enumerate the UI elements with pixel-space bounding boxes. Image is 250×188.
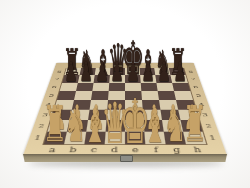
white-rook-h1[interactable]: ♜ <box>183 101 207 151</box>
black-pawn-f7[interactable]: ♟ <box>142 58 156 85</box>
black-pawn-h7[interactable]: ♟ <box>173 58 187 85</box>
black-pawn-b7[interactable]: ♟ <box>79 58 93 85</box>
black-pawn-c7[interactable]: ♟ <box>95 58 109 85</box>
black-pawn-a7[interactable]: ♟ <box>64 58 78 85</box>
black-pawn-e7[interactable]: ♟ <box>126 58 140 85</box>
black-pawn-d7[interactable]: ♟ <box>110 58 124 85</box>
black-pawn-g7[interactable]: ♟ <box>157 58 171 85</box>
